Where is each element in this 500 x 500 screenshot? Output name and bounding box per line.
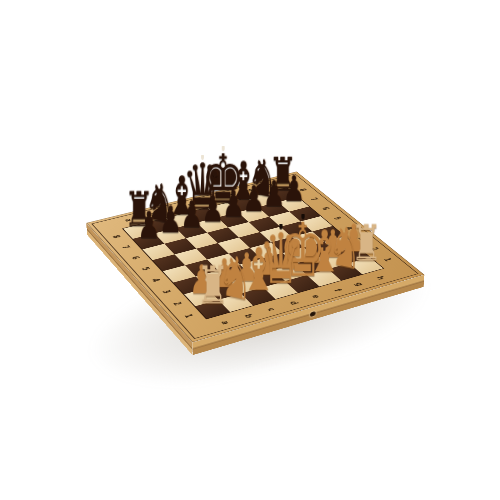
- white-rook-a1: ♜: [197, 260, 230, 312]
- black-pawn-f7: ♟: [243, 181, 266, 217]
- pawn-glyph: ♟: [283, 171, 306, 206]
- latch-icon: [310, 310, 316, 316]
- pawn-glyph: ♟: [137, 206, 161, 243]
- black-pawn-b7: ♟: [159, 201, 182, 238]
- black-pawn-g7: ♟: [263, 176, 286, 212]
- pawn-glyph: ♟: [159, 201, 182, 238]
- black-pawn-c7: ♟: [180, 196, 203, 233]
- pawn-glyph: ♟: [180, 196, 203, 233]
- pawn-glyph: ♟: [243, 181, 266, 217]
- black-pawn-h7: ♟: [283, 171, 306, 206]
- black-pawn-e7: ♟: [222, 186, 245, 222]
- chess-set-photo: 87654321 87654321 abcdefgh abcdefgh ♜♞♝♛…: [0, 0, 500, 500]
- royal-finial: [279, 223, 282, 230]
- pawn-glyph: ♟: [201, 191, 224, 227]
- black-pawn-d7: ♟: [201, 191, 224, 227]
- rook-glyph: ♜: [197, 260, 230, 312]
- pawn-glyph: ♟: [222, 186, 245, 222]
- black-pawn-a7: ♟: [137, 206, 161, 243]
- pawn-glyph: ♟: [263, 176, 286, 212]
- royal-finial: [201, 154, 204, 160]
